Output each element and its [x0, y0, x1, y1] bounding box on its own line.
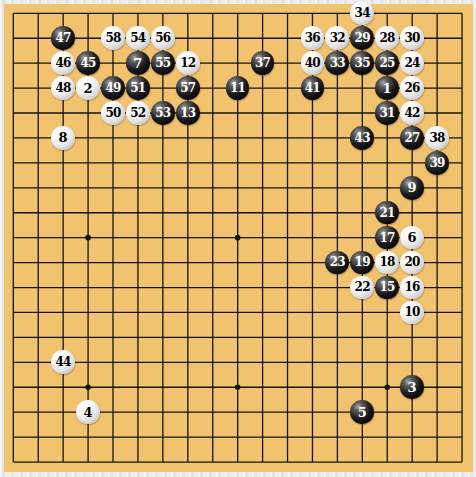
stone-white-Q9[interactable]: 18 [375, 251, 399, 275]
stone-white-F18[interactable]: 54 [126, 26, 150, 50]
stone-black-O9[interactable]: 23 [325, 251, 349, 275]
stone-white-R17[interactable]: 24 [400, 51, 424, 75]
stone-black-Q8[interactable]: 15 [375, 276, 399, 300]
stone-white-D3[interactable]: 4 [76, 400, 100, 424]
stone-black-F16[interactable]: 51 [126, 76, 150, 100]
stone-white-D16[interactable]: 2 [76, 76, 100, 100]
stone-black-Q16[interactable]: 1 [375, 76, 399, 100]
stone-black-G17[interactable]: 55 [151, 51, 175, 75]
stone-black-P17[interactable]: 35 [350, 51, 374, 75]
stone-black-F17[interactable]: 7 [126, 51, 150, 75]
stone-black-R12[interactable]: 9 [400, 176, 424, 200]
stone-white-N18[interactable]: 36 [301, 26, 325, 50]
stone-white-R10[interactable]: 6 [400, 226, 424, 250]
stone-white-P19[interactable]: 34 [350, 1, 374, 25]
stone-white-C5[interactable]: 44 [51, 350, 75, 374]
stone-black-P18[interactable]: 29 [350, 26, 374, 50]
stone-black-Q11[interactable]: 21 [375, 201, 399, 225]
stone-black-P14[interactable]: 43 [350, 126, 374, 150]
stone-black-R14[interactable]: 27 [400, 126, 424, 150]
stone-white-F15[interactable]: 52 [126, 101, 150, 125]
stone-white-E15[interactable]: 50 [101, 101, 125, 125]
stone-black-S13[interactable]: 39 [425, 151, 449, 175]
stone-white-R9[interactable]: 20 [400, 251, 424, 275]
stone-white-N17[interactable]: 40 [301, 51, 325, 75]
stone-white-S14[interactable]: 38 [425, 126, 449, 150]
stone-black-E16[interactable]: 49 [101, 76, 125, 100]
stone-black-N16[interactable]: 41 [301, 76, 325, 100]
stone-black-H16[interactable]: 57 [176, 76, 200, 100]
go-board[interactable]: 1234567891011121315161718192021222324252… [4, 4, 473, 472]
stone-white-R16[interactable]: 26 [400, 76, 424, 100]
stone-white-G18[interactable]: 56 [151, 26, 175, 50]
stone-black-O17[interactable]: 33 [325, 51, 349, 75]
stone-black-H15[interactable]: 13 [176, 101, 200, 125]
stone-white-R18[interactable]: 30 [400, 26, 424, 50]
board-frame: 1234567891011121315161718192021222324252… [0, 0, 476, 477]
stone-black-P9[interactable]: 19 [350, 251, 374, 275]
stone-white-E18[interactable]: 58 [101, 26, 125, 50]
stone-white-C14[interactable]: 8 [51, 126, 75, 150]
stone-black-P3[interactable]: 5 [350, 400, 374, 424]
stone-black-D17[interactable]: 45 [76, 51, 100, 75]
stone-black-R4[interactable]: 3 [400, 375, 424, 399]
stone-white-H17[interactable]: 12 [176, 51, 200, 75]
stone-black-C18[interactable]: 47 [51, 26, 75, 50]
stone-white-O18[interactable]: 32 [325, 26, 349, 50]
stone-black-Q17[interactable]: 25 [375, 51, 399, 75]
stone-black-Q15[interactable]: 31 [375, 101, 399, 125]
stone-white-R8[interactable]: 16 [400, 276, 424, 300]
stone-black-G15[interactable]: 53 [151, 101, 175, 125]
stone-white-R7[interactable]: 10 [400, 301, 424, 325]
stone-white-Q18[interactable]: 28 [375, 26, 399, 50]
stone-black-L17[interactable]: 37 [251, 51, 275, 75]
stone-white-C16[interactable]: 48 [51, 76, 75, 100]
stone-white-P8[interactable]: 22 [350, 276, 374, 300]
stone-black-K16[interactable]: 11 [226, 76, 250, 100]
stone-white-C17[interactable]: 46 [51, 51, 75, 75]
stone-white-R15[interactable]: 42 [400, 101, 424, 125]
stones-layer: 1234567891011121315161718192021222324252… [1, 1, 475, 475]
stone-black-Q10[interactable]: 17 [375, 226, 399, 250]
